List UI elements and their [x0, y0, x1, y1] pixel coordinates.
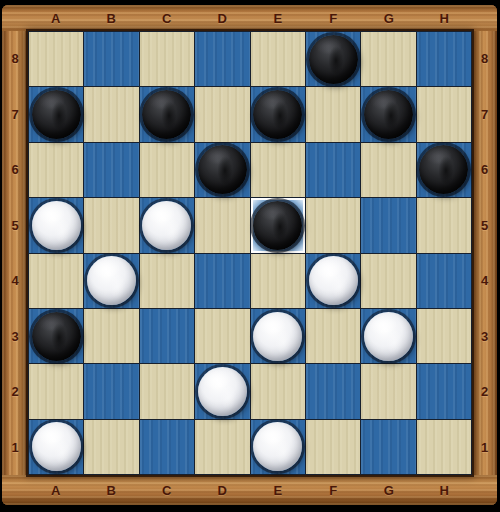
black-piece-f8[interactable] — [309, 35, 358, 84]
file-label-bottom-e: E — [250, 475, 306, 505]
square-d5[interactable] — [195, 198, 249, 252]
square-c3[interactable] — [140, 309, 194, 363]
square-b1[interactable] — [84, 420, 138, 474]
file-label-top-a: A — [28, 5, 84, 31]
square-d7[interactable] — [195, 87, 249, 141]
square-g7[interactable] — [361, 87, 415, 141]
square-d2[interactable] — [195, 364, 249, 418]
square-b7[interactable] — [84, 87, 138, 141]
square-d3[interactable] — [195, 309, 249, 363]
square-g5[interactable] — [361, 198, 415, 252]
file-label-top-f: F — [306, 5, 362, 31]
square-d4[interactable] — [195, 254, 249, 308]
file-label-top-b: B — [84, 5, 140, 31]
rank-label-right-5: 5 — [472, 198, 497, 254]
square-c4[interactable] — [140, 254, 194, 308]
white-piece-a1[interactable] — [32, 422, 81, 471]
white-piece-e1[interactable] — [253, 422, 302, 471]
square-h4[interactable] — [417, 254, 471, 308]
rank-label-right-2: 2 — [472, 364, 497, 420]
square-e7[interactable] — [251, 87, 305, 141]
white-piece-g3[interactable] — [364, 312, 413, 361]
square-h1[interactable] — [417, 420, 471, 474]
square-c8[interactable] — [140, 32, 194, 86]
square-f3[interactable] — [306, 309, 360, 363]
rank-label-left-2: 2 — [2, 364, 28, 420]
file-label-top-h: H — [417, 5, 473, 31]
square-d1[interactable] — [195, 420, 249, 474]
file-label-bottom-b: B — [84, 475, 140, 505]
file-label-top-e: E — [250, 5, 306, 31]
black-piece-a3[interactable] — [32, 312, 81, 361]
rank-label-left-5: 5 — [2, 198, 28, 254]
file-label-top-d: D — [195, 5, 251, 31]
square-f6[interactable] — [306, 143, 360, 197]
square-h8[interactable] — [417, 32, 471, 86]
black-piece-a7[interactable] — [32, 90, 81, 139]
file-label-top-g: G — [361, 5, 417, 31]
square-a8[interactable] — [29, 32, 83, 86]
black-piece-e5[interactable] — [253, 201, 302, 250]
square-a4[interactable] — [29, 254, 83, 308]
rank-labels-right: 87654321 — [472, 31, 497, 475]
rank-label-right-8: 8 — [472, 31, 497, 87]
square-a2[interactable] — [29, 364, 83, 418]
square-e2[interactable] — [251, 364, 305, 418]
square-b4[interactable] — [84, 254, 138, 308]
file-label-bottom-g: G — [361, 475, 417, 505]
file-label-bottom-d: D — [195, 475, 251, 505]
square-e4[interactable] — [251, 254, 305, 308]
square-e1[interactable] — [251, 420, 305, 474]
square-a1[interactable] — [29, 420, 83, 474]
rank-label-left-8: 8 — [2, 31, 28, 87]
white-piece-a5[interactable] — [32, 201, 81, 250]
square-c5[interactable] — [140, 198, 194, 252]
square-f1[interactable] — [306, 420, 360, 474]
rank-label-right-7: 7 — [472, 87, 497, 143]
file-labels-bottom: ABCDEFGH — [28, 475, 472, 505]
white-piece-d2[interactable] — [198, 367, 247, 416]
square-e8[interactable] — [251, 32, 305, 86]
file-label-top-c: C — [139, 5, 195, 31]
square-b3[interactable] — [84, 309, 138, 363]
square-b5[interactable] — [84, 198, 138, 252]
rank-label-left-1: 1 — [2, 420, 28, 476]
square-b8[interactable] — [84, 32, 138, 86]
square-h3[interactable] — [417, 309, 471, 363]
rank-labels-left: 87654321 — [2, 31, 28, 475]
square-b2[interactable] — [84, 364, 138, 418]
square-c6[interactable] — [140, 143, 194, 197]
square-h6[interactable] — [417, 143, 471, 197]
black-piece-d6[interactable] — [198, 145, 247, 194]
rank-label-right-6: 6 — [472, 142, 497, 198]
square-g4[interactable] — [361, 254, 415, 308]
black-piece-e7[interactable] — [253, 90, 302, 139]
square-h5[interactable] — [417, 198, 471, 252]
checkers-board[interactable] — [28, 31, 472, 475]
square-f7[interactable] — [306, 87, 360, 141]
square-a7[interactable] — [29, 87, 83, 141]
rank-label-left-3: 3 — [2, 309, 28, 365]
white-piece-e3[interactable] — [253, 312, 302, 361]
square-f5[interactable] — [306, 198, 360, 252]
file-label-bottom-f: F — [306, 475, 362, 505]
black-piece-c7[interactable] — [142, 90, 191, 139]
file-label-bottom-a: A — [28, 475, 84, 505]
rank-label-right-3: 3 — [472, 309, 497, 365]
square-c1[interactable] — [140, 420, 194, 474]
square-h7[interactable] — [417, 87, 471, 141]
square-b6[interactable] — [84, 143, 138, 197]
black-piece-g7[interactable] — [364, 90, 413, 139]
square-d6[interactable] — [195, 143, 249, 197]
white-piece-f4[interactable] — [309, 256, 358, 305]
square-h2[interactable] — [417, 364, 471, 418]
rank-label-left-7: 7 — [2, 87, 28, 143]
square-d8[interactable] — [195, 32, 249, 86]
square-e6[interactable] — [251, 143, 305, 197]
square-g1[interactable] — [361, 420, 415, 474]
file-labels-top: ABCDEFGH — [28, 5, 472, 31]
rank-label-left-4: 4 — [2, 253, 28, 309]
square-e3[interactable] — [251, 309, 305, 363]
square-a6[interactable] — [29, 143, 83, 197]
rank-label-right-1: 1 — [472, 420, 497, 476]
square-f8[interactable] — [306, 32, 360, 86]
square-g2[interactable] — [361, 364, 415, 418]
rank-label-right-4: 4 — [472, 253, 497, 309]
square-g6[interactable] — [361, 143, 415, 197]
app-background: ABCDEFGH ABCDEFGH 87654321 87654321 — [0, 0, 500, 512]
square-f4[interactable] — [306, 254, 360, 308]
square-a3[interactable] — [29, 309, 83, 363]
square-e5[interactable] — [251, 198, 305, 252]
square-c2[interactable] — [140, 364, 194, 418]
board-frame: ABCDEFGH ABCDEFGH 87654321 87654321 — [2, 5, 497, 505]
square-a5[interactable] — [29, 198, 83, 252]
square-g8[interactable] — [361, 32, 415, 86]
rank-label-left-6: 6 — [2, 142, 28, 198]
white-piece-b4[interactable] — [87, 256, 136, 305]
square-c7[interactable] — [140, 87, 194, 141]
white-piece-c5[interactable] — [142, 201, 191, 250]
file-label-bottom-h: H — [417, 475, 473, 505]
square-g3[interactable] — [361, 309, 415, 363]
black-piece-h6[interactable] — [419, 145, 468, 194]
file-label-bottom-c: C — [139, 475, 195, 505]
square-f2[interactable] — [306, 364, 360, 418]
